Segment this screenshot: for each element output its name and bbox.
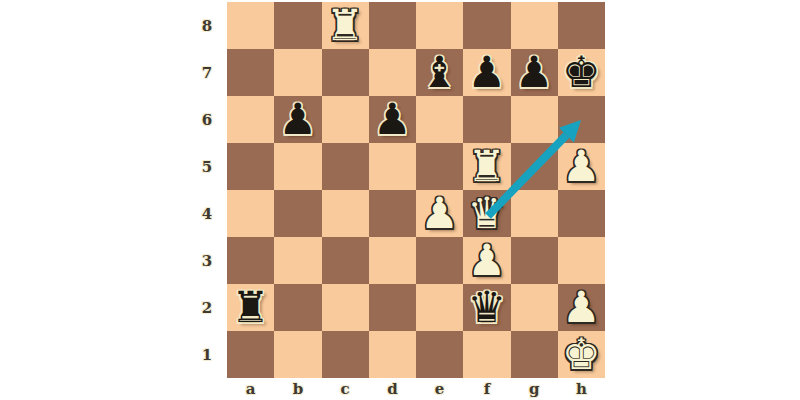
square-g7[interactable]: ♟	[511, 49, 558, 96]
square-h8[interactable]	[558, 2, 605, 49]
file-label-f: f	[463, 378, 510, 400]
square-e1[interactable]	[416, 331, 463, 378]
square-d8[interactable]	[369, 2, 416, 49]
square-e4[interactable]: ♟	[416, 190, 463, 237]
square-d3[interactable]	[369, 237, 416, 284]
rank-label-5: 5	[192, 143, 222, 190]
square-h7[interactable]: ♚	[558, 49, 605, 96]
piece-white-pawn-f3[interactable]: ♟	[468, 237, 507, 284]
file-label-g: g	[511, 378, 558, 400]
piece-black-pawn-f7[interactable]: ♟	[468, 49, 507, 96]
piece-white-pawn-h2[interactable]: ♟	[562, 284, 601, 331]
square-a3[interactable]	[227, 237, 274, 284]
square-d5[interactable]	[369, 143, 416, 190]
square-g3[interactable]	[511, 237, 558, 284]
piece-white-pawn-h5[interactable]: ♟	[562, 143, 601, 190]
square-a4[interactable]	[227, 190, 274, 237]
square-g5[interactable]	[511, 143, 558, 190]
rank-labels: 87654321	[192, 2, 222, 378]
square-b8[interactable]	[274, 2, 321, 49]
square-g4[interactable]	[511, 190, 558, 237]
chess-board-screenshot: 87654321 ♜♝♟♟♚♟♟♜♟♟♛♟♜♛♟♚ abcdefgh	[0, 0, 800, 400]
square-h2[interactable]: ♟	[558, 284, 605, 331]
square-f7[interactable]: ♟	[463, 49, 510, 96]
square-f5[interactable]: ♜	[463, 143, 510, 190]
square-a7[interactable]	[227, 49, 274, 96]
square-h1[interactable]: ♚	[558, 331, 605, 378]
chess-board: ♜♝♟♟♚♟♟♜♟♟♛♟♜♛♟♚	[227, 2, 605, 378]
file-label-h: h	[558, 378, 605, 400]
piece-black-pawn-g7[interactable]: ♟	[515, 49, 554, 96]
square-h6[interactable]	[558, 96, 605, 143]
square-d4[interactable]	[369, 190, 416, 237]
square-e5[interactable]	[416, 143, 463, 190]
square-f8[interactable]	[463, 2, 510, 49]
file-label-d: d	[369, 378, 416, 400]
square-c1[interactable]	[322, 331, 369, 378]
square-b7[interactable]	[274, 49, 321, 96]
piece-white-rook-c8[interactable]: ♜	[326, 2, 365, 49]
piece-black-pawn-b6[interactable]: ♟	[279, 96, 318, 143]
file-label-c: c	[322, 378, 369, 400]
square-b5[interactable]	[274, 143, 321, 190]
square-f6[interactable]	[463, 96, 510, 143]
square-c3[interactable]	[322, 237, 369, 284]
file-label-b: b	[274, 378, 321, 400]
square-c2[interactable]	[322, 284, 369, 331]
square-d1[interactable]	[369, 331, 416, 378]
rank-label-6: 6	[192, 96, 222, 143]
piece-white-king-h1[interactable]: ♚	[562, 331, 601, 378]
square-f2[interactable]: ♛	[463, 284, 510, 331]
square-b3[interactable]	[274, 237, 321, 284]
rank-label-2: 2	[192, 284, 222, 331]
square-c5[interactable]	[322, 143, 369, 190]
square-f4[interactable]: ♛	[463, 190, 510, 237]
square-b6[interactable]: ♟	[274, 96, 321, 143]
square-b2[interactable]	[274, 284, 321, 331]
square-c4[interactable]	[322, 190, 369, 237]
piece-black-pawn-d6[interactable]: ♟	[373, 96, 412, 143]
square-a1[interactable]	[227, 331, 274, 378]
square-d2[interactable]	[369, 284, 416, 331]
piece-black-rook-a2[interactable]: ♜	[231, 284, 270, 331]
file-label-a: a	[227, 378, 274, 400]
square-c8[interactable]: ♜	[322, 2, 369, 49]
piece-white-rook-f5[interactable]: ♜	[468, 143, 507, 190]
square-e8[interactable]	[416, 2, 463, 49]
piece-black-king-h7[interactable]: ♚	[562, 49, 601, 96]
square-a6[interactable]	[227, 96, 274, 143]
rank-label-1: 1	[192, 331, 222, 378]
rank-label-3: 3	[192, 237, 222, 284]
square-e7[interactable]: ♝	[416, 49, 463, 96]
piece-black-bishop-e7[interactable]: ♝	[420, 49, 459, 96]
square-e2[interactable]	[416, 284, 463, 331]
square-a8[interactable]	[227, 2, 274, 49]
rank-label-8: 8	[192, 2, 222, 49]
piece-white-pawn-e4[interactable]: ♟	[420, 190, 459, 237]
square-g8[interactable]	[511, 2, 558, 49]
square-g6[interactable]	[511, 96, 558, 143]
square-h3[interactable]	[558, 237, 605, 284]
square-f1[interactable]	[463, 331, 510, 378]
square-g2[interactable]	[511, 284, 558, 331]
square-c6[interactable]	[322, 96, 369, 143]
piece-white-queen-f4[interactable]: ♛	[468, 190, 507, 237]
piece-black-queen-f2[interactable]: ♛	[468, 284, 507, 331]
file-labels: abcdefgh	[227, 378, 605, 400]
square-b4[interactable]	[274, 190, 321, 237]
square-c7[interactable]	[322, 49, 369, 96]
square-g1[interactable]	[511, 331, 558, 378]
square-h5[interactable]: ♟	[558, 143, 605, 190]
square-a5[interactable]	[227, 143, 274, 190]
square-d7[interactable]	[369, 49, 416, 96]
square-d6[interactable]: ♟	[369, 96, 416, 143]
square-f3[interactable]: ♟	[463, 237, 510, 284]
square-b1[interactable]	[274, 331, 321, 378]
square-h4[interactable]	[558, 190, 605, 237]
rank-label-7: 7	[192, 49, 222, 96]
square-a2[interactable]: ♜	[227, 284, 274, 331]
square-e3[interactable]	[416, 237, 463, 284]
file-label-e: e	[416, 378, 463, 400]
rank-label-4: 4	[192, 190, 222, 237]
square-e6[interactable]	[416, 96, 463, 143]
